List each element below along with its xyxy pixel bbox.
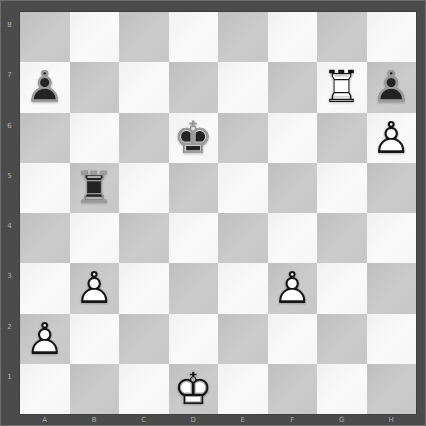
square-c7[interactable] <box>119 62 169 112</box>
square-e6[interactable] <box>218 113 268 163</box>
white-pawn-outline: ♙ <box>71 264 117 312</box>
square-b6[interactable] <box>70 113 120 163</box>
white-pawn-outline: ♙ <box>368 114 414 162</box>
square-h8[interactable] <box>367 12 417 62</box>
chess-board: ♟♙♜♖♟♙♚♔♟♙♜♖♟♙♟♙♟♙♚♔ <box>20 12 416 414</box>
rank-label-5: 5 <box>0 172 19 181</box>
square-a3[interactable] <box>20 263 70 313</box>
square-h4[interactable] <box>367 213 417 263</box>
square-b4[interactable] <box>70 213 120 263</box>
black-pawn-outline: ♙ <box>368 63 414 111</box>
file-label-e: E <box>241 415 245 425</box>
square-a4[interactable] <box>20 213 70 263</box>
square-b8[interactable] <box>70 12 120 62</box>
black-king-outline: ♔ <box>170 114 216 162</box>
chess-board-widget: ♟♙♜♖♟♙♚♔♟♙♜♖♟♙♟♙♟♙♚♔ 87654321 ABCDEFGH <box>0 0 426 426</box>
square-h3[interactable] <box>367 263 417 313</box>
square-f3[interactable]: ♟♙ <box>268 263 318 313</box>
rank-label-1: 1 <box>0 373 19 382</box>
square-c5[interactable] <box>119 163 169 213</box>
square-c2[interactable] <box>119 314 169 364</box>
piece-white-rook-g7[interactable]: ♜♖ <box>319 63 365 111</box>
square-b2[interactable] <box>70 314 120 364</box>
square-g5[interactable] <box>317 163 367 213</box>
piece-white-pawn-h6[interactable]: ♟♙ <box>368 114 414 162</box>
rank-label-3: 3 <box>0 272 19 281</box>
piece-black-pawn-h7[interactable]: ♟♙ <box>368 63 414 111</box>
piece-black-pawn-a7[interactable]: ♟♙ <box>22 63 68 111</box>
square-g4[interactable] <box>317 213 367 263</box>
square-f6[interactable] <box>268 113 318 163</box>
square-g6[interactable] <box>317 113 367 163</box>
piece-black-king-d6[interactable]: ♚♔ <box>170 114 216 162</box>
square-f5[interactable] <box>268 163 318 213</box>
white-king-outline: ♔ <box>170 365 216 413</box>
rank-label-2: 2 <box>0 323 19 332</box>
square-c8[interactable] <box>119 12 169 62</box>
square-f8[interactable] <box>268 12 318 62</box>
white-pawn-outline: ♙ <box>269 264 315 312</box>
file-label-a: A <box>42 415 47 425</box>
file-label-h: H <box>389 415 394 425</box>
rank-label-7: 7 <box>0 71 19 80</box>
square-c3[interactable] <box>119 263 169 313</box>
square-b7[interactable] <box>70 62 120 112</box>
square-g7[interactable]: ♜♖ <box>317 62 367 112</box>
square-c1[interactable] <box>119 364 169 414</box>
square-b1[interactable] <box>70 364 120 414</box>
white-rook-outline: ♖ <box>319 63 365 111</box>
square-a1[interactable] <box>20 364 70 414</box>
square-f4[interactable] <box>268 213 318 263</box>
square-h1[interactable] <box>367 364 417 414</box>
square-e5[interactable] <box>218 163 268 213</box>
square-g8[interactable] <box>317 12 367 62</box>
square-d5[interactable] <box>169 163 219 213</box>
square-c6[interactable] <box>119 113 169 163</box>
square-f7[interactable] <box>268 62 318 112</box>
rank-label-4: 4 <box>0 222 19 231</box>
square-f1[interactable] <box>268 364 318 414</box>
square-c4[interactable] <box>119 213 169 263</box>
square-d8[interactable] <box>169 12 219 62</box>
rank-label-6: 6 <box>0 122 19 131</box>
square-d1[interactable]: ♚♔ <box>169 364 219 414</box>
rank-label-8: 8 <box>0 21 19 30</box>
square-g3[interactable] <box>317 263 367 313</box>
square-f2[interactable] <box>268 314 318 364</box>
square-e3[interactable] <box>218 263 268 313</box>
file-label-g: G <box>339 415 344 425</box>
square-h2[interactable] <box>367 314 417 364</box>
square-a7[interactable]: ♟♙ <box>20 62 70 112</box>
square-a8[interactable] <box>20 12 70 62</box>
square-e1[interactable] <box>218 364 268 414</box>
square-d7[interactable] <box>169 62 219 112</box>
square-a5[interactable] <box>20 163 70 213</box>
piece-white-pawn-a2[interactable]: ♟♙ <box>22 315 68 363</box>
file-label-b: B <box>92 415 97 425</box>
square-e2[interactable] <box>218 314 268 364</box>
piece-black-rook-b5[interactable]: ♜♖ <box>71 164 117 212</box>
square-h5[interactable] <box>367 163 417 213</box>
square-h7[interactable]: ♟♙ <box>367 62 417 112</box>
square-a2[interactable]: ♟♙ <box>20 314 70 364</box>
square-d4[interactable] <box>169 213 219 263</box>
file-label-c: C <box>141 415 146 425</box>
square-e8[interactable] <box>218 12 268 62</box>
piece-white-pawn-f3[interactable]: ♟♙ <box>269 264 315 312</box>
square-b3[interactable]: ♟♙ <box>70 263 120 313</box>
square-d2[interactable] <box>169 314 219 364</box>
square-h6[interactable]: ♟♙ <box>367 113 417 163</box>
piece-white-king-d1[interactable]: ♚♔ <box>170 365 216 413</box>
square-d6[interactable]: ♚♔ <box>169 113 219 163</box>
piece-white-pawn-b3[interactable]: ♟♙ <box>71 264 117 312</box>
file-label-d: D <box>191 415 196 425</box>
square-e4[interactable] <box>218 213 268 263</box>
square-b5[interactable]: ♜♖ <box>70 163 120 213</box>
square-e7[interactable] <box>218 62 268 112</box>
square-d3[interactable] <box>169 263 219 313</box>
black-pawn-outline: ♙ <box>22 63 68 111</box>
square-a6[interactable] <box>20 113 70 163</box>
square-g2[interactable] <box>317 314 367 364</box>
black-rook-outline: ♖ <box>71 164 117 212</box>
file-label-f: F <box>290 415 294 425</box>
white-pawn-outline: ♙ <box>22 315 68 363</box>
square-g1[interactable] <box>317 364 367 414</box>
